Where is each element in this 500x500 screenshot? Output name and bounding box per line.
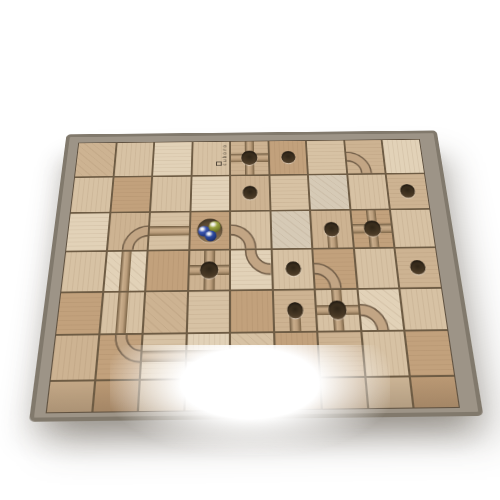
bore-hole xyxy=(243,186,257,199)
block-r4-c7 xyxy=(314,249,357,288)
channel-horizontal xyxy=(149,226,189,236)
channel-curve xyxy=(96,335,142,379)
block-r6-c9 xyxy=(406,331,454,375)
block-front-c3 xyxy=(139,380,184,411)
block-r5-c4 xyxy=(188,291,230,333)
block-front-c1 xyxy=(47,381,94,412)
channel-curve xyxy=(107,213,149,250)
block-r4-c6 xyxy=(272,250,313,289)
block-r5-c2 xyxy=(100,292,144,334)
bore-hole xyxy=(410,260,427,275)
block-front-c9 xyxy=(411,377,458,408)
navy-marble xyxy=(205,230,217,241)
block-r2-c4 xyxy=(191,176,229,211)
block-front-c5 xyxy=(231,379,275,410)
block-r6-c4 xyxy=(186,334,229,378)
block-r2-c3 xyxy=(151,176,190,211)
block-r3-c6 xyxy=(271,211,311,248)
bore-hole xyxy=(241,150,257,165)
marble-hollow xyxy=(197,219,222,243)
channel-curve xyxy=(358,289,403,331)
bore-hole xyxy=(285,261,301,276)
block-front-c6 xyxy=(276,379,321,410)
block-r4-c1 xyxy=(61,252,105,291)
block-r1-c6 xyxy=(269,141,307,174)
block-r3-c5 xyxy=(231,212,270,249)
block-r6-c8 xyxy=(362,332,409,376)
channel-curve xyxy=(345,140,385,173)
block-r1-c9 xyxy=(383,140,424,173)
block-r4-c8 xyxy=(355,249,399,288)
block-front-c8 xyxy=(366,377,412,408)
block-r2-c6 xyxy=(270,175,309,210)
brand-stamp: cuboro xyxy=(216,144,227,166)
block-r1-c3 xyxy=(153,142,191,175)
block-r3-c7 xyxy=(311,211,352,248)
channel-horizontal xyxy=(141,350,185,362)
block-front-c2 xyxy=(93,381,139,412)
block-r2-c2 xyxy=(111,177,151,212)
block-r5-c8 xyxy=(358,289,403,331)
block-r6-c1 xyxy=(51,336,98,380)
block-r4-c2 xyxy=(104,251,147,290)
block-r3-c8 xyxy=(351,210,393,247)
channel-vertical xyxy=(119,251,132,290)
block-r2-c8 xyxy=(348,174,389,209)
block-r5-c9 xyxy=(401,288,447,329)
block-r2-c7 xyxy=(309,175,349,210)
page-background: { "game": "cuboro marble run - wooden bl… xyxy=(0,0,500,500)
block-r6-c6 xyxy=(275,333,319,377)
block-r2-c9 xyxy=(387,174,429,209)
channel-vertical xyxy=(115,292,129,334)
block-r3-c4 xyxy=(190,212,229,249)
channel-curve xyxy=(314,249,357,288)
block-r1-c7 xyxy=(307,140,346,173)
block-r1-c8 xyxy=(345,140,385,173)
box-tray: cuboro xyxy=(29,130,483,421)
channel-curve xyxy=(231,250,271,289)
block-r4-c4 xyxy=(189,250,229,289)
block-r1-c1 xyxy=(75,143,115,176)
block-r5-c1 xyxy=(56,293,101,335)
channel-horizontal xyxy=(186,350,229,362)
block-r2-c1 xyxy=(71,177,112,212)
block-r6-c5 xyxy=(231,333,274,377)
block-r3-c1 xyxy=(66,214,109,251)
block-r3-c9 xyxy=(391,210,434,247)
block-r5-c7 xyxy=(316,289,360,331)
bore-hole xyxy=(324,222,340,236)
block-front-c7 xyxy=(321,378,367,409)
block-r3-c2 xyxy=(107,213,149,250)
block-r5-c6 xyxy=(274,290,317,332)
bore-hole xyxy=(400,184,416,197)
block-r4-c3 xyxy=(146,251,188,290)
bore-hole xyxy=(287,303,303,319)
block-r1-c5 xyxy=(231,141,268,174)
block-grid: cuboro xyxy=(46,139,460,413)
block-r6-c3 xyxy=(141,335,185,379)
block-r1-c4: cuboro xyxy=(192,142,229,175)
block-r6-c2 xyxy=(96,335,142,379)
block-r4-c5 xyxy=(231,250,271,289)
block-r2-c5 xyxy=(231,176,269,211)
channel-curve xyxy=(231,212,270,249)
block-r6-c7 xyxy=(319,332,364,376)
block-r5-c5 xyxy=(231,290,273,332)
block-r4-c9 xyxy=(396,248,441,287)
block-r5-c3 xyxy=(144,291,187,333)
bore-hole xyxy=(281,151,295,164)
block-front-c4 xyxy=(185,380,229,411)
block-r1-c2 xyxy=(114,143,153,176)
bore-hole xyxy=(200,261,218,278)
block-r3-c3 xyxy=(149,213,189,250)
